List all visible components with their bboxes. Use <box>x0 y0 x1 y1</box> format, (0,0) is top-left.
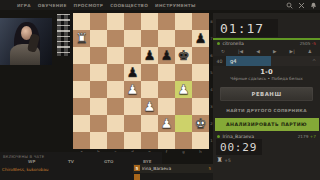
challenges-icon[interactable] <box>298 2 305 9</box>
square-f3[interactable] <box>158 98 175 115</box>
nav-item-инструменты[interactable]: ИНСТРУМЕНТЫ <box>155 3 196 8</box>
new-opponent-button[interactable]: НАЙТИ ДРУГОГО СОПЕРНИКА <box>220 106 313 116</box>
move-nav-toolbar: ↻|◀◀▶▶|♟ <box>213 48 320 55</box>
square-b6[interactable] <box>90 47 107 64</box>
square-b1[interactable] <box>90 132 107 149</box>
square-h3[interactable] <box>192 98 209 115</box>
square-c1[interactable] <box>107 132 124 149</box>
square-a4[interactable] <box>73 81 90 98</box>
online-dot-icon <box>217 135 220 138</box>
black-pawn-h7[interactable]: ♟ <box>194 30 206 47</box>
top-player-name[interactable]: citronella <box>223 41 244 46</box>
square-f8[interactable] <box>158 13 175 30</box>
square-c8[interactable] <box>107 13 124 30</box>
white-pawn-g4[interactable]: ♟ <box>177 81 189 98</box>
square-g4[interactable]: ♟ <box>175 81 192 98</box>
black-pawn-f6[interactable]: ♟ <box>160 47 172 64</box>
standings-row <box>133 173 213 180</box>
chat-badge-bye: BYE <box>143 159 151 164</box>
bottom-player-rating: 2179 <box>298 134 309 139</box>
move-list-caret-icon[interactable]: ^ <box>308 56 320 66</box>
square-c3[interactable] <box>107 98 124 115</box>
square-g3[interactable] <box>175 98 192 115</box>
square-f4[interactable] <box>158 81 175 98</box>
square-b2[interactable] <box>90 115 107 132</box>
square-c5[interactable] <box>107 64 124 81</box>
online-dot-icon <box>217 42 220 45</box>
last-move-icon[interactable]: ▶| <box>290 48 295 55</box>
square-d1[interactable] <box>124 132 141 149</box>
current-move-cell[interactable]: g4 <box>226 56 271 66</box>
nav-item-обучение[interactable]: ОБУЧЕНИЕ <box>38 3 67 8</box>
square-d5[interactable]: ♟ <box>124 64 141 81</box>
square-a7[interactable]: ♜ <box>73 30 90 47</box>
standings-player-name: Irina_Baraeva <box>142 166 209 171</box>
white-pawn-f2[interactable]: ♟ <box>160 115 172 132</box>
square-g2[interactable] <box>175 115 192 132</box>
white-rook-a7[interactable]: ♜ <box>75 30 87 47</box>
top-player-clock: 01:17 <box>216 19 278 37</box>
square-f6[interactable]: ♟ <box>158 47 175 64</box>
flip-icon[interactable]: ↻ <box>221 48 225 55</box>
square-e4[interactable] <box>141 81 158 98</box>
bottom-player-name[interactable]: Irina_Baraeva <box>223 134 255 139</box>
square-e5[interactable] <box>141 64 158 81</box>
nav-item-сообщество[interactable]: СООБЩЕСТВО <box>110 3 148 8</box>
square-f2[interactable]: ♟ <box>158 115 175 132</box>
square-h8[interactable] <box>192 13 209 30</box>
top-player-row: citronella 2505 -5 <box>213 41 320 47</box>
game-result: 1-0 <box>213 68 320 76</box>
square-g6[interactable]: ♚ <box>175 47 192 64</box>
white-pawn-d4[interactable]: ♟ <box>126 81 138 98</box>
next-move-icon[interactable]: ▶ <box>273 48 277 55</box>
standings-row: 5Irina_Baraeva5 <box>133 164 213 173</box>
square-g5[interactable] <box>175 64 192 81</box>
nav-item-просмотр[interactable]: ПРОСМОТР <box>74 3 104 8</box>
square-h1[interactable] <box>192 132 209 149</box>
square-a1[interactable] <box>73 132 90 149</box>
material-advantage: ♜ +5 <box>217 156 231 164</box>
material-advantage-value: +5 <box>224 158 230 163</box>
captured-rook-icon: ♜ <box>217 156 223 164</box>
square-a6[interactable] <box>73 47 90 64</box>
square-e8[interactable] <box>141 13 158 30</box>
stream-overlay-strip <box>57 14 70 56</box>
square-a3[interactable] <box>73 98 90 115</box>
square-h6[interactable] <box>192 47 209 64</box>
notifications-bell-icon[interactable] <box>310 2 317 9</box>
square-b7[interactable] <box>90 30 107 47</box>
square-d8[interactable] <box>124 13 141 30</box>
chess-board[interactable]: ♜♟♟♟♚♟♟♟♟♟♚ <box>73 13 209 149</box>
nav-item-игра[interactable]: ИГРА <box>17 3 31 8</box>
square-g1[interactable] <box>175 132 192 149</box>
square-h5[interactable] <box>192 64 209 81</box>
square-a2[interactable] <box>73 115 90 132</box>
square-g8[interactable] <box>175 13 192 30</box>
square-e2[interactable] <box>141 115 158 132</box>
square-b4[interactable] <box>90 81 107 98</box>
nav-menu: ИГРАОБУЧЕНИЕПРОСМОТРСООБЩЕСТВОИНСТРУМЕНТ… <box>17 3 196 8</box>
player-icon[interactable]: ♟ <box>308 48 312 55</box>
square-h2[interactable]: ♚ <box>192 115 209 132</box>
square-e7[interactable] <box>141 30 158 47</box>
square-d4[interactable]: ♟ <box>124 81 141 98</box>
file-label-g: g <box>175 149 192 154</box>
standings-rank-badge: 5 <box>134 165 140 171</box>
file-label-h: h <box>192 149 209 154</box>
standings-overlay: 5Irina_Baraeva5 <box>133 164 213 180</box>
standings-score: 5 <box>208 166 211 171</box>
game-result-text: Чёрные сдались • Победа белых <box>213 76 320 81</box>
square-c2[interactable] <box>107 115 124 132</box>
square-g7[interactable] <box>175 30 192 47</box>
top-player-rating: 2505 <box>300 41 311 46</box>
webcam-video <box>0 18 52 65</box>
move-list-row: 40 g4 ^ <box>213 56 320 66</box>
square-b3[interactable] <box>90 98 107 115</box>
chat-users-line: ChiroBless, kukorobau <box>2 167 48 172</box>
square-d6[interactable] <box>124 47 141 64</box>
rematch-button[interactable]: РЕВАНШ <box>220 87 313 101</box>
square-a5[interactable] <box>73 64 90 81</box>
square-e3[interactable]: ♟ <box>141 98 158 115</box>
black-pawn-d5[interactable]: ♟ <box>126 64 138 81</box>
square-f5[interactable] <box>158 64 175 81</box>
square-c7[interactable] <box>107 30 124 47</box>
bottom-player-rating-change: +7 <box>310 134 316 139</box>
square-e6[interactable]: ♟ <box>141 47 158 64</box>
black-king-g6[interactable]: ♚ <box>177 47 189 64</box>
black-pawn-e6[interactable]: ♟ <box>143 47 155 64</box>
white-king-h2[interactable]: ♚ <box>194 115 206 132</box>
square-b8[interactable] <box>90 13 107 30</box>
square-d3[interactable] <box>124 98 141 115</box>
white-pawn-e3[interactable]: ♟ <box>143 98 155 115</box>
analyze-game-button[interactable]: АНАЛИЗИРОВАТЬ ПАРТИЮ <box>215 118 319 131</box>
standings-rank-badge <box>134 174 140 180</box>
first-move-icon[interactable]: |◀ <box>238 48 243 55</box>
search-icon[interactable] <box>286 2 293 9</box>
chat-badge-wp: WP <box>28 159 35 164</box>
square-d2[interactable] <box>124 115 141 132</box>
square-e1[interactable] <box>141 132 158 149</box>
square-c4[interactable] <box>107 81 124 98</box>
nav-icons <box>286 0 317 10</box>
chat-badge-gto: GTO <box>104 159 113 164</box>
square-h7[interactable]: ♟ <box>192 30 209 47</box>
square-a8[interactable] <box>73 13 90 30</box>
prev-move-icon[interactable]: ◀ <box>256 48 260 55</box>
clock-time-bar <box>213 38 320 40</box>
game-panel: 01:17 citronella 2505 -5 ↻|◀◀▶▶|♟ 40 g4 … <box>213 13 320 180</box>
square-h4[interactable] <box>192 81 209 98</box>
top-player-rating-change: -5 <box>312 41 316 46</box>
app-window: ИГРАОБУЧЕНИЕПРОСМОТРСООБЩЕСТВОИНСТРУМЕНТ… <box>0 0 320 180</box>
chat-badge-tv: TV <box>68 159 74 164</box>
square-b5[interactable] <box>90 64 107 81</box>
move-number: 40 <box>213 56 226 66</box>
top-nav: ИГРАОБУЧЕНИЕПРОСМОТРСООБЩЕСТВОИНСТРУМЕНТ… <box>0 0 320 10</box>
bottom-player-clock: 00:29 <box>216 139 262 155</box>
square-f7[interactable] <box>158 30 175 47</box>
square-c6[interactable] <box>107 47 124 64</box>
square-f1[interactable] <box>158 132 175 149</box>
square-d7[interactable] <box>124 30 141 47</box>
